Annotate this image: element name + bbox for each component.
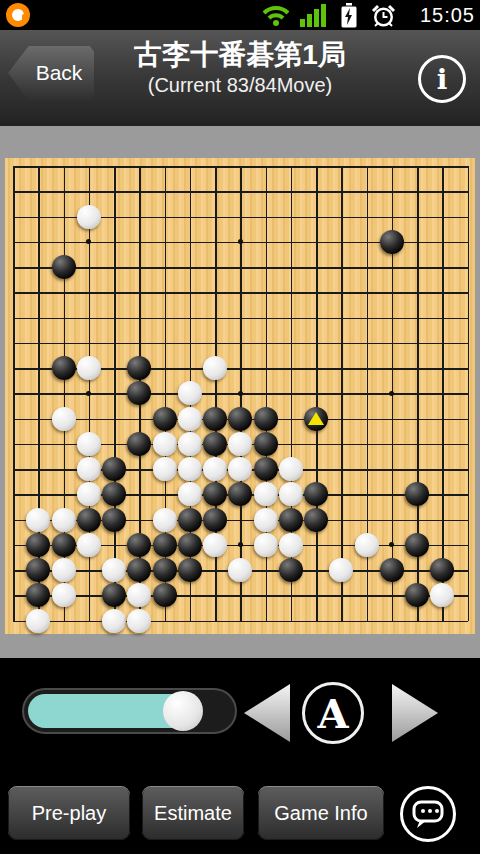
page-title: 古李十番碁第1局 bbox=[0, 36, 480, 74]
stone-black bbox=[52, 533, 76, 557]
stone-white bbox=[228, 558, 252, 582]
stone-black bbox=[203, 508, 227, 532]
stone-black bbox=[153, 407, 177, 431]
stone-black bbox=[52, 255, 76, 279]
stone-black bbox=[178, 533, 202, 557]
stone-white bbox=[203, 533, 227, 557]
stone-black bbox=[405, 533, 429, 557]
move-slider-knob[interactable] bbox=[163, 691, 203, 731]
stone-black bbox=[228, 482, 252, 506]
stone-black bbox=[102, 583, 126, 607]
chat-button[interactable] bbox=[400, 786, 456, 842]
stone-black bbox=[127, 558, 151, 582]
stone-white bbox=[254, 508, 278, 532]
grid-line-vertical bbox=[341, 166, 343, 621]
battery-icon bbox=[340, 3, 358, 29]
app-logo-notch bbox=[22, 14, 28, 21]
grid-line-horizontal bbox=[13, 621, 468, 623]
stone-white bbox=[153, 432, 177, 456]
stone-white bbox=[26, 609, 50, 633]
stone-black bbox=[127, 381, 151, 405]
stone-black bbox=[127, 356, 151, 380]
playback-controls: A bbox=[0, 658, 480, 782]
stone-black bbox=[254, 407, 278, 431]
stone-black bbox=[52, 356, 76, 380]
wifi-icon bbox=[260, 3, 292, 27]
stone-white bbox=[228, 457, 252, 481]
game-info-button[interactable]: Game Info bbox=[258, 786, 384, 840]
stone-white bbox=[430, 583, 454, 607]
last-move-marker bbox=[308, 412, 324, 425]
stone-black bbox=[203, 432, 227, 456]
info-icon[interactable]: i bbox=[418, 55, 466, 103]
bottom-bar: Pre-play Estimate Game Info bbox=[0, 782, 480, 854]
board-frame bbox=[0, 126, 480, 658]
estimate-button[interactable]: Estimate bbox=[142, 786, 244, 840]
stone-black bbox=[178, 558, 202, 582]
alarm-clock-icon bbox=[370, 3, 397, 29]
star-point bbox=[389, 542, 394, 547]
stone-white bbox=[77, 457, 101, 481]
stone-black bbox=[77, 508, 101, 532]
stone-black bbox=[203, 482, 227, 506]
stone-white bbox=[102, 609, 126, 633]
stone-white bbox=[102, 558, 126, 582]
grid-line-horizontal bbox=[13, 595, 468, 597]
move-slider[interactable] bbox=[22, 688, 237, 734]
stone-white bbox=[178, 482, 202, 506]
stone-white bbox=[127, 583, 151, 607]
stone-black bbox=[405, 583, 429, 607]
stone-white bbox=[329, 558, 353, 582]
star-point bbox=[238, 391, 243, 396]
go-board[interactable] bbox=[5, 158, 475, 634]
stone-white bbox=[279, 533, 303, 557]
stone-white bbox=[153, 508, 177, 532]
star-point bbox=[86, 391, 91, 396]
stone-white bbox=[77, 482, 101, 506]
stone-black bbox=[26, 583, 50, 607]
autoplay-button[interactable]: A bbox=[302, 682, 364, 744]
stone-white bbox=[279, 482, 303, 506]
stone-black bbox=[380, 558, 404, 582]
stone-black bbox=[153, 583, 177, 607]
stone-white bbox=[203, 457, 227, 481]
stone-black bbox=[26, 533, 50, 557]
stone-black bbox=[304, 508, 328, 532]
star-point bbox=[238, 542, 243, 547]
stone-black bbox=[153, 558, 177, 582]
stone-white bbox=[178, 432, 202, 456]
grid-line-vertical bbox=[468, 166, 470, 621]
pre-play-button[interactable]: Pre-play bbox=[8, 786, 130, 840]
stone-white bbox=[52, 508, 76, 532]
next-move-button[interactable] bbox=[392, 684, 438, 742]
title-bar: Back 古李十番碁第1局 (Current 83/84Move) i bbox=[0, 30, 480, 126]
stone-white bbox=[153, 457, 177, 481]
stone-black bbox=[254, 432, 278, 456]
star-point bbox=[389, 391, 394, 396]
grid-line-vertical bbox=[442, 166, 444, 621]
stone-black bbox=[178, 508, 202, 532]
stone-black bbox=[102, 482, 126, 506]
stone-black bbox=[102, 457, 126, 481]
stone-black bbox=[254, 457, 278, 481]
stone-white bbox=[254, 482, 278, 506]
stone-white bbox=[52, 583, 76, 607]
stone-black bbox=[279, 558, 303, 582]
stone-black bbox=[153, 533, 177, 557]
stone-black bbox=[279, 508, 303, 532]
stone-black bbox=[430, 558, 454, 582]
stone-white bbox=[228, 432, 252, 456]
stone-black bbox=[102, 508, 126, 532]
stone-black bbox=[26, 558, 50, 582]
stone-black bbox=[405, 482, 429, 506]
stone-white bbox=[77, 533, 101, 557]
stone-white bbox=[178, 457, 202, 481]
stone-white bbox=[203, 356, 227, 380]
stone-white bbox=[178, 407, 202, 431]
star-point bbox=[86, 239, 91, 244]
stone-white bbox=[178, 381, 202, 405]
stone-white bbox=[52, 558, 76, 582]
screen: 15:05 Back 古李十番碁第1局 (Current 83/84Move) … bbox=[0, 0, 480, 854]
stone-white bbox=[26, 508, 50, 532]
stone-white bbox=[52, 407, 76, 431]
stone-white bbox=[77, 205, 101, 229]
status-bar: 15:05 bbox=[0, 0, 480, 30]
stone-white bbox=[77, 432, 101, 456]
stone-white bbox=[127, 609, 151, 633]
stone-black bbox=[304, 482, 328, 506]
stone-white bbox=[355, 533, 379, 557]
stone-black bbox=[127, 533, 151, 557]
stone-white bbox=[279, 457, 303, 481]
stone-white bbox=[254, 533, 278, 557]
stone-black bbox=[380, 230, 404, 254]
star-point bbox=[238, 239, 243, 244]
stone-black bbox=[228, 407, 252, 431]
clock: 15:05 bbox=[420, 4, 475, 27]
stone-black bbox=[203, 407, 227, 431]
previous-move-button[interactable] bbox=[244, 684, 290, 742]
speech-bubble-icon bbox=[403, 789, 453, 839]
move-counter: (Current 83/84Move) bbox=[0, 74, 480, 97]
stone-black bbox=[127, 432, 151, 456]
app-logo-icon bbox=[6, 3, 30, 27]
signal-bars-icon bbox=[300, 3, 330, 27]
stone-white bbox=[77, 356, 101, 380]
grid-line-vertical bbox=[316, 166, 318, 621]
